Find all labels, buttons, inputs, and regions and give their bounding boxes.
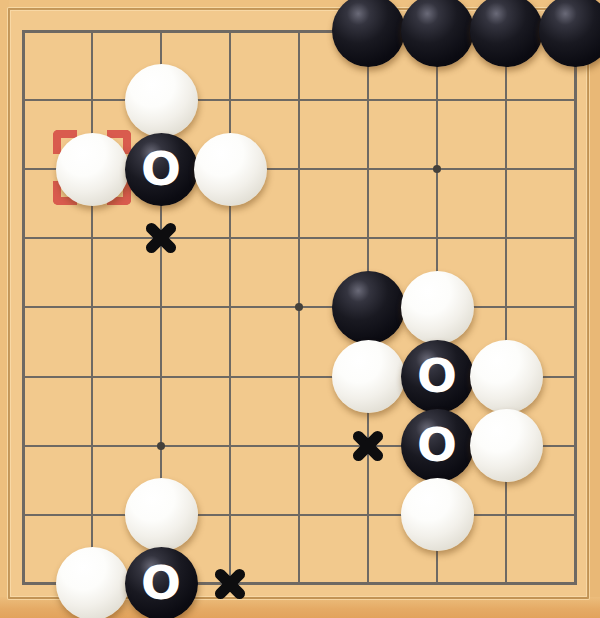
intersection-c9r6[interactable]: [541, 342, 600, 411]
intersection-c2r3[interactable]: [58, 135, 127, 204]
intersection-c9r2[interactable]: [541, 66, 600, 135]
intersection-c2r4[interactable]: [58, 204, 127, 273]
intersection-c4r6[interactable]: [196, 342, 265, 411]
intersection-c9r8[interactable]: [541, 480, 600, 549]
intersection-c8r7[interactable]: [472, 411, 541, 480]
intersection-c8r4[interactable]: [472, 204, 541, 273]
intersection-c7r3[interactable]: [403, 135, 472, 204]
intersection-c2r8[interactable]: [58, 480, 127, 549]
white-stone: [401, 478, 474, 551]
intersection-c4r5[interactable]: [196, 273, 265, 342]
intersection-c6r8[interactable]: [334, 480, 403, 549]
intersection-c6r7[interactable]: [334, 411, 403, 480]
intersections-grid: OOOO: [0, 0, 600, 618]
black-stone: O: [401, 409, 474, 482]
intersection-c3r9[interactable]: O: [127, 549, 196, 618]
intersection-c8r3[interactable]: [472, 135, 541, 204]
intersection-c8r9[interactable]: [472, 549, 541, 618]
intersection-c1r6[interactable]: [0, 342, 58, 411]
intersection-c6r6[interactable]: [334, 342, 403, 411]
intersection-c3r2[interactable]: [127, 66, 196, 135]
black-stone: [470, 0, 543, 67]
atari-label: O: [141, 145, 181, 192]
go-board[interactable]: OOOO: [0, 0, 600, 618]
white-stone: [125, 478, 198, 551]
intersection-c5r9[interactable]: [265, 549, 334, 618]
intersection-c2r9[interactable]: [58, 549, 127, 618]
intersection-c2r2[interactable]: [58, 66, 127, 135]
intersection-c2r1[interactable]: [58, 0, 127, 66]
black-stone: O: [401, 340, 474, 413]
intersection-c7r7[interactable]: O: [403, 411, 472, 480]
intersection-c2r6[interactable]: [58, 342, 127, 411]
white-stone: [125, 64, 198, 137]
white-stone: [56, 133, 129, 206]
atari-label: O: [141, 559, 181, 606]
intersection-c8r6[interactable]: [472, 342, 541, 411]
intersection-c9r5[interactable]: [541, 273, 600, 342]
atari-label: O: [417, 352, 457, 399]
intersection-c6r2[interactable]: [334, 66, 403, 135]
intersection-c3r7[interactable]: [127, 411, 196, 480]
intersection-c7r8[interactable]: [403, 480, 472, 549]
intersection-c7r1[interactable]: [403, 0, 472, 66]
intersection-c4r2[interactable]: [196, 66, 265, 135]
intersection-c5r4[interactable]: [265, 204, 334, 273]
intersection-c6r3[interactable]: [334, 135, 403, 204]
white-stone: [470, 409, 543, 482]
intersection-c9r3[interactable]: [541, 135, 600, 204]
intersection-c2r7[interactable]: [58, 411, 127, 480]
intersection-c5r7[interactable]: [265, 411, 334, 480]
intersection-c6r1[interactable]: [334, 0, 403, 66]
intersection-c7r5[interactable]: [403, 273, 472, 342]
intersection-c1r9[interactable]: [0, 549, 58, 618]
intersection-c5r8[interactable]: [265, 480, 334, 549]
intersection-c3r6[interactable]: [127, 342, 196, 411]
black-stone: O: [125, 133, 198, 206]
black-stone: [539, 0, 600, 67]
white-stone: [56, 547, 129, 618]
liberty-cross-marker: [348, 426, 388, 466]
intersection-c6r5[interactable]: [334, 273, 403, 342]
intersection-c3r5[interactable]: [127, 273, 196, 342]
intersection-c8r5[interactable]: [472, 273, 541, 342]
intersection-c6r4[interactable]: [334, 204, 403, 273]
intersection-c5r3[interactable]: [265, 135, 334, 204]
intersection-c3r3[interactable]: O: [127, 135, 196, 204]
intersection-c5r5[interactable]: [265, 273, 334, 342]
white-stone: [470, 340, 543, 413]
intersection-c9r4[interactable]: [541, 204, 600, 273]
intersection-c1r8[interactable]: [0, 480, 58, 549]
atari-label: O: [417, 421, 457, 468]
intersection-c4r3[interactable]: [196, 135, 265, 204]
intersection-c1r7[interactable]: [0, 411, 58, 480]
intersection-c9r9[interactable]: [541, 549, 600, 618]
intersection-c4r9[interactable]: [196, 549, 265, 618]
intersection-c8r8[interactable]: [472, 480, 541, 549]
intersection-c1r4[interactable]: [0, 204, 58, 273]
intersection-c1r2[interactable]: [0, 66, 58, 135]
intersection-c7r9[interactable]: [403, 549, 472, 618]
intersection-c8r1[interactable]: [472, 0, 541, 66]
black-stone: [332, 271, 405, 344]
intersection-c3r1[interactable]: [127, 0, 196, 66]
intersection-c7r6[interactable]: O: [403, 342, 472, 411]
intersection-c4r8[interactable]: [196, 480, 265, 549]
intersection-c2r5[interactable]: [58, 273, 127, 342]
black-stone: O: [125, 547, 198, 618]
intersection-c8r2[interactable]: [472, 66, 541, 135]
intersection-c3r4[interactable]: [127, 204, 196, 273]
intersection-c9r1[interactable]: [541, 0, 600, 66]
black-stone: [401, 0, 474, 67]
black-stone: [332, 0, 405, 67]
intersection-c1r1[interactable]: [0, 0, 58, 66]
liberty-cross-marker: [141, 218, 181, 258]
white-stone: [332, 340, 405, 413]
intersection-c4r1[interactable]: [196, 0, 265, 66]
intersection-c5r6[interactable]: [265, 342, 334, 411]
intersection-c7r4[interactable]: [403, 204, 472, 273]
intersection-c4r7[interactable]: [196, 411, 265, 480]
intersection-c5r2[interactable]: [265, 66, 334, 135]
liberty-cross-marker: [210, 564, 250, 604]
white-stone: [401, 271, 474, 344]
intersection-c3r8[interactable]: [127, 480, 196, 549]
white-stone: [194, 133, 267, 206]
intersection-c6r9[interactable]: [334, 549, 403, 618]
intersection-c7r2[interactable]: [403, 66, 472, 135]
intersection-c4r4[interactable]: [196, 204, 265, 273]
intersection-c1r3[interactable]: [0, 135, 58, 204]
intersection-c5r1[interactable]: [265, 0, 334, 66]
intersection-c1r5[interactable]: [0, 273, 58, 342]
intersection-c9r7[interactable]: [541, 411, 600, 480]
